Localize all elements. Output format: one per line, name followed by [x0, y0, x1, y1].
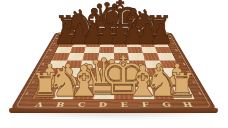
- piece-black-pawn-h7[interactable]: ♟: [149, 21, 174, 49]
- rank-label-left-1: 1: [24, 92, 30, 96]
- rank-label-right-1: 1: [197, 92, 203, 96]
- piece-white-rook-h1[interactable]: ♜: [167, 69, 197, 103]
- chess-set-photo: ABCDEFGH1122334455667788 ♜♞♝♛♚♝♞♜♟♟♟♟♟♟♟…: [0, 0, 228, 128]
- rank-label-right-6: 6: [174, 49, 178, 51]
- rank-label-left-6: 6: [49, 49, 53, 51]
